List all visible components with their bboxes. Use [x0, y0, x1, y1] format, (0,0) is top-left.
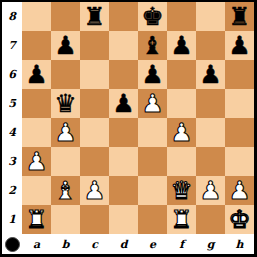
- square-a8[interactable]: [22, 2, 51, 31]
- square-d2[interactable]: [109, 176, 138, 205]
- square-f4[interactable]: ♟: [167, 118, 196, 147]
- square-h2[interactable]: ♟: [225, 176, 254, 205]
- file-label-g: g: [196, 234, 225, 254]
- square-b2[interactable]: ♝: [51, 176, 80, 205]
- square-g1[interactable]: [196, 205, 225, 234]
- black-to-move-indicator: [5, 237, 20, 252]
- square-e3[interactable]: [138, 147, 167, 176]
- square-d8[interactable]: [109, 2, 138, 31]
- square-e7[interactable]: ♝: [138, 31, 167, 60]
- square-g4[interactable]: [196, 118, 225, 147]
- square-e4[interactable]: [138, 118, 167, 147]
- square-g2[interactable]: ♟: [196, 176, 225, 205]
- chess-board: ♜♚♜♟♝♟♟♟♟♟♛♟♟♟♟♟♝♟♛♟♟♜♜♚: [22, 2, 254, 234]
- square-g6[interactable]: ♟: [196, 60, 225, 89]
- square-b8[interactable]: [51, 2, 80, 31]
- square-f5[interactable]: [167, 89, 196, 118]
- file-label-c: c: [80, 234, 109, 254]
- chess-diagram: 87654321 ♜♚♜♟♝♟♟♟♟♟♛♟♟♟♟♟♝♟♛♟♟♜♜♚ abcdef…: [0, 0, 257, 257]
- white-rook-f1[interactable]: ♜: [170, 205, 192, 234]
- rank-labels: 87654321: [2, 2, 22, 234]
- white-rook-a1[interactable]: ♜: [25, 205, 47, 234]
- square-f8[interactable]: [167, 2, 196, 31]
- file-label-d: d: [109, 234, 138, 254]
- square-a2[interactable]: [22, 176, 51, 205]
- white-bishop-b2[interactable]: ♝: [54, 176, 76, 205]
- black-bishop-e7[interactable]: ♝: [141, 31, 163, 60]
- square-b7[interactable]: ♟: [51, 31, 80, 60]
- square-f7[interactable]: ♟: [167, 31, 196, 60]
- square-a3[interactable]: ♟: [22, 147, 51, 176]
- square-f2[interactable]: ♛: [167, 176, 196, 205]
- square-d5[interactable]: ♟: [109, 89, 138, 118]
- square-c7[interactable]: [80, 31, 109, 60]
- square-d6[interactable]: [109, 60, 138, 89]
- black-pawn-d5[interactable]: ♟: [112, 89, 134, 118]
- square-b4[interactable]: ♟: [51, 118, 80, 147]
- rank-label-2: 2: [2, 176, 22, 205]
- square-e2[interactable]: [138, 176, 167, 205]
- rank-label-4: 4: [2, 118, 22, 147]
- square-h8[interactable]: ♜: [225, 2, 254, 31]
- square-g3[interactable]: [196, 147, 225, 176]
- white-king-h1[interactable]: ♚: [228, 205, 250, 234]
- square-a7[interactable]: [22, 31, 51, 60]
- square-a5[interactable]: [22, 89, 51, 118]
- square-c4[interactable]: [80, 118, 109, 147]
- square-h5[interactable]: [225, 89, 254, 118]
- square-f6[interactable]: [167, 60, 196, 89]
- square-d3[interactable]: [109, 147, 138, 176]
- square-c1[interactable]: [80, 205, 109, 234]
- square-e1[interactable]: [138, 205, 167, 234]
- square-e8[interactable]: ♚: [138, 2, 167, 31]
- square-a1[interactable]: ♜: [22, 205, 51, 234]
- rank-label-5: 5: [2, 89, 22, 118]
- square-d1[interactable]: [109, 205, 138, 234]
- square-e5[interactable]: ♟: [138, 89, 167, 118]
- black-pawn-f7[interactable]: ♟: [170, 31, 192, 60]
- rank-label-1: 1: [2, 205, 22, 234]
- square-d4[interactable]: [109, 118, 138, 147]
- black-queen-b5[interactable]: ♛: [54, 89, 76, 118]
- square-h7[interactable]: ♟: [225, 31, 254, 60]
- white-pawn-f4[interactable]: ♟: [170, 118, 192, 147]
- black-pawn-g6[interactable]: ♟: [199, 60, 221, 89]
- square-g5[interactable]: [196, 89, 225, 118]
- square-e6[interactable]: ♟: [138, 60, 167, 89]
- square-h4[interactable]: [225, 118, 254, 147]
- file-label-a: a: [22, 234, 51, 254]
- file-labels: abcdefgh: [22, 234, 254, 254]
- square-h1[interactable]: ♚: [225, 205, 254, 234]
- black-rook-h8[interactable]: ♜: [228, 2, 250, 31]
- rank-label-7: 7: [2, 31, 22, 60]
- black-pawn-h7[interactable]: ♟: [228, 31, 250, 60]
- square-f3[interactable]: [167, 147, 196, 176]
- square-d7[interactable]: [109, 31, 138, 60]
- square-g7[interactable]: [196, 31, 225, 60]
- square-b5[interactable]: ♛: [51, 89, 80, 118]
- move-indicator-area: [2, 234, 22, 254]
- white-pawn-e5[interactable]: ♟: [141, 89, 163, 118]
- black-pawn-b7[interactable]: ♟: [54, 31, 76, 60]
- square-b1[interactable]: [51, 205, 80, 234]
- square-b3[interactable]: [51, 147, 80, 176]
- square-b6[interactable]: [51, 60, 80, 89]
- square-h6[interactable]: [225, 60, 254, 89]
- white-queen-f2[interactable]: ♛: [170, 176, 192, 205]
- white-pawn-g2[interactable]: ♟: [199, 176, 221, 205]
- square-c6[interactable]: [80, 60, 109, 89]
- square-h3[interactable]: [225, 147, 254, 176]
- black-rook-c8[interactable]: ♜: [83, 2, 105, 31]
- black-pawn-e6[interactable]: ♟: [141, 60, 163, 89]
- white-pawn-c2[interactable]: ♟: [83, 176, 105, 205]
- black-king-e8[interactable]: ♚: [141, 2, 163, 31]
- file-label-e: e: [138, 234, 167, 254]
- square-c2[interactable]: ♟: [80, 176, 109, 205]
- square-c8[interactable]: ♜: [80, 2, 109, 31]
- square-a4[interactable]: [22, 118, 51, 147]
- file-label-f: f: [167, 234, 196, 254]
- square-f1[interactable]: ♜: [167, 205, 196, 234]
- square-g8[interactable]: [196, 2, 225, 31]
- square-a6[interactable]: ♟: [22, 60, 51, 89]
- file-label-h: h: [225, 234, 254, 254]
- rank-label-8: 8: [2, 2, 22, 31]
- white-pawn-h2[interactable]: ♟: [228, 176, 250, 205]
- square-c5[interactable]: [80, 89, 109, 118]
- file-label-b: b: [51, 234, 80, 254]
- black-pawn-a6[interactable]: ♟: [25, 60, 47, 89]
- diagram-inner: 87654321 ♜♚♜♟♝♟♟♟♟♟♛♟♟♟♟♟♝♟♛♟♟♜♜♚ abcdef…: [2, 2, 254, 254]
- white-pawn-b4[interactable]: ♟: [54, 118, 76, 147]
- square-c3[interactable]: [80, 147, 109, 176]
- rank-label-3: 3: [2, 147, 22, 176]
- rank-label-6: 6: [2, 60, 22, 89]
- white-pawn-a3[interactable]: ♟: [25, 147, 47, 176]
